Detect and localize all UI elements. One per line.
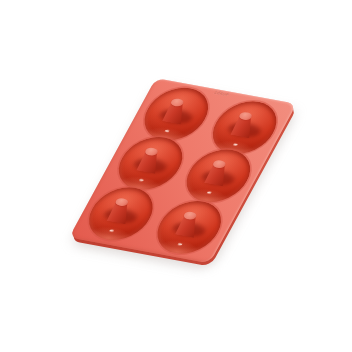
highlight-glint [233,143,238,146]
product-photo-stage: Lékué [0,0,352,352]
donut-cavity [134,83,219,145]
highlight-glint [177,243,182,246]
donut-cavity [108,132,193,194]
donut-cavity [78,183,163,245]
highlight-glint [109,229,114,232]
highlight-glint [139,179,144,182]
highlight-glint [165,130,170,133]
highlight-glint [207,191,212,194]
